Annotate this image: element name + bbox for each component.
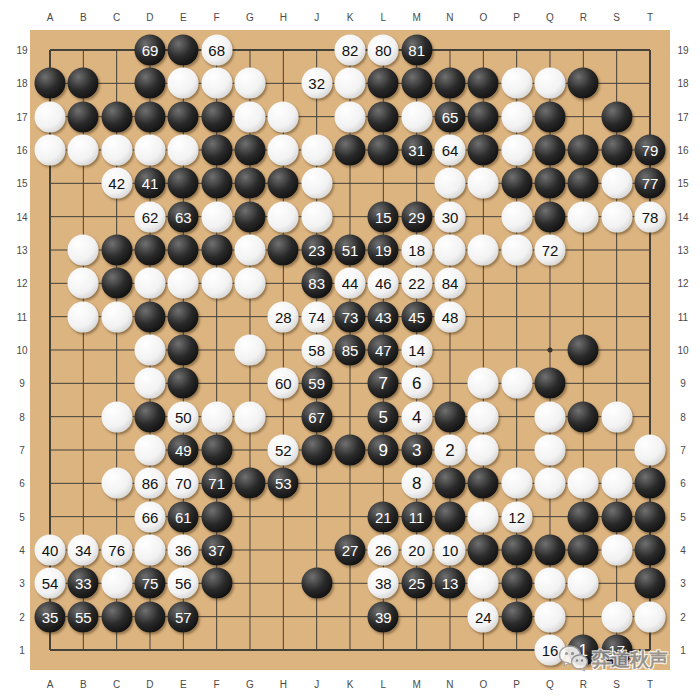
move-number: 17 xyxy=(608,642,625,657)
row-label-right-12: 12 xyxy=(677,278,688,289)
move-number: 64 xyxy=(442,142,459,157)
stone-Q3 xyxy=(534,568,565,599)
stone-E6: 70 xyxy=(168,468,199,499)
move-number: 56 xyxy=(175,576,192,591)
move-number: 43 xyxy=(375,309,392,324)
row-label-right-7: 7 xyxy=(680,444,686,455)
stone-C11 xyxy=(101,301,132,332)
stone-B12 xyxy=(68,268,99,299)
col-label-top-R: R xyxy=(580,12,587,23)
col-label-top-N: N xyxy=(446,12,453,23)
col-label-bottom-S: S xyxy=(613,679,620,690)
stone-H14 xyxy=(268,201,299,232)
stone-J8: 67 xyxy=(301,401,332,432)
row-label-right-18: 18 xyxy=(677,78,688,89)
stone-D11 xyxy=(134,301,165,332)
move-number: 19 xyxy=(375,242,392,257)
move-number: 78 xyxy=(642,209,659,224)
stone-K11: 73 xyxy=(334,301,365,332)
stone-O17 xyxy=(468,101,499,132)
stone-L4: 26 xyxy=(368,534,399,565)
move-number: 31 xyxy=(408,142,425,157)
stone-P3 xyxy=(501,568,532,599)
stone-J7 xyxy=(301,434,332,465)
stone-B3: 33 xyxy=(68,568,99,599)
stone-E3: 56 xyxy=(168,568,199,599)
stone-L16 xyxy=(368,134,399,165)
move-number: 57 xyxy=(175,609,192,624)
stone-O5 xyxy=(468,501,499,532)
row-label-right-16: 16 xyxy=(677,144,688,155)
col-label-top-K: K xyxy=(347,12,354,23)
col-label-bottom-H: H xyxy=(280,679,287,690)
stone-G17 xyxy=(234,101,265,132)
stone-S5 xyxy=(601,501,632,532)
stone-F6: 71 xyxy=(201,468,232,499)
stone-L2: 39 xyxy=(368,601,399,632)
stone-T2 xyxy=(634,601,665,632)
stone-F7 xyxy=(201,434,232,465)
row-label-right-10: 10 xyxy=(677,344,688,355)
stone-K7 xyxy=(334,434,365,465)
move-number: 65 xyxy=(442,109,459,124)
stone-D8 xyxy=(134,401,165,432)
stone-B16 xyxy=(68,134,99,165)
stone-D7 xyxy=(134,434,165,465)
stone-G8 xyxy=(234,401,265,432)
stone-J11: 74 xyxy=(301,301,332,332)
stone-S2 xyxy=(601,601,632,632)
stone-B4: 34 xyxy=(68,534,99,565)
move-number: 63 xyxy=(175,209,192,224)
move-number: 32 xyxy=(308,76,325,91)
stone-D4 xyxy=(134,534,165,565)
stone-N16: 64 xyxy=(434,134,465,165)
stone-M13: 18 xyxy=(401,234,432,265)
stone-F8 xyxy=(201,401,232,432)
stone-L13: 19 xyxy=(368,234,399,265)
stone-T15: 77 xyxy=(634,168,665,199)
stone-O7 xyxy=(468,434,499,465)
move-number: 47 xyxy=(375,342,392,357)
stone-G13 xyxy=(234,234,265,265)
col-label-bottom-K: K xyxy=(347,679,354,690)
stone-F15 xyxy=(201,168,232,199)
stone-D12 xyxy=(134,268,165,299)
stone-O4 xyxy=(468,534,499,565)
stone-S14 xyxy=(601,201,632,232)
stone-M18 xyxy=(401,68,432,99)
stone-H15 xyxy=(268,168,299,199)
stone-C8 xyxy=(101,401,132,432)
row-label-right-17: 17 xyxy=(677,111,688,122)
move-number: 15 xyxy=(375,209,392,224)
stone-N18 xyxy=(434,68,465,99)
stone-R5 xyxy=(568,501,599,532)
stone-M4: 20 xyxy=(401,534,432,565)
move-number: 3 xyxy=(412,441,421,458)
row-label-right-3: 3 xyxy=(680,578,686,589)
stone-Q13: 72 xyxy=(534,234,565,265)
row-label-left-3: 3 xyxy=(19,578,25,589)
stone-A18 xyxy=(35,68,66,99)
stone-P16 xyxy=(501,134,532,165)
stone-F18 xyxy=(201,68,232,99)
stone-N3: 13 xyxy=(434,568,465,599)
col-label-bottom-Q: Q xyxy=(546,679,554,690)
move-number: 7 xyxy=(379,375,388,392)
col-label-top-T: T xyxy=(647,12,653,23)
col-label-top-P: P xyxy=(513,12,520,23)
stone-B17 xyxy=(68,101,99,132)
move-number: 61 xyxy=(175,509,192,524)
move-number: 77 xyxy=(642,176,659,191)
stone-D16 xyxy=(134,134,165,165)
stone-G16 xyxy=(234,134,265,165)
stone-G10 xyxy=(234,334,265,365)
stone-Q4 xyxy=(534,534,565,565)
stone-P2 xyxy=(501,601,532,632)
stone-R15 xyxy=(568,168,599,199)
stone-F14 xyxy=(201,201,232,232)
stone-L12: 46 xyxy=(368,268,399,299)
row-label-left-13: 13 xyxy=(16,244,27,255)
row-label-right-4: 4 xyxy=(680,544,686,555)
move-number: 28 xyxy=(275,309,292,324)
stone-M14: 29 xyxy=(401,201,432,232)
stone-E9 xyxy=(168,368,199,399)
stone-D9 xyxy=(134,368,165,399)
stone-J15 xyxy=(301,168,332,199)
stone-D10 xyxy=(134,334,165,365)
stone-T3 xyxy=(634,568,665,599)
move-number: 71 xyxy=(208,476,225,491)
stone-F17 xyxy=(201,101,232,132)
stone-C12 xyxy=(101,268,132,299)
row-label-left-10: 10 xyxy=(16,344,27,355)
move-number: 1 xyxy=(579,641,588,658)
stone-N17: 65 xyxy=(434,101,465,132)
stone-S4 xyxy=(601,534,632,565)
move-number: 55 xyxy=(75,609,92,624)
stone-M10: 14 xyxy=(401,334,432,365)
col-label-bottom-G: G xyxy=(246,679,254,690)
stone-E16 xyxy=(168,134,199,165)
stone-M17 xyxy=(401,101,432,132)
stone-D19: 69 xyxy=(134,35,165,66)
stone-D17 xyxy=(134,101,165,132)
move-number: 50 xyxy=(175,409,192,424)
move-number: 79 xyxy=(642,142,659,157)
col-label-bottom-A: A xyxy=(47,679,54,690)
stone-F16 xyxy=(201,134,232,165)
move-number: 21 xyxy=(375,509,392,524)
stone-T5 xyxy=(634,501,665,532)
move-number: 52 xyxy=(275,442,292,457)
stone-R10 xyxy=(568,334,599,365)
row-label-left-8: 8 xyxy=(19,411,25,422)
stone-P9 xyxy=(501,368,532,399)
col-label-top-H: H xyxy=(280,12,287,23)
col-label-bottom-M: M xyxy=(412,679,420,690)
stone-L5: 21 xyxy=(368,501,399,532)
stone-H11: 28 xyxy=(268,301,299,332)
stone-D14: 62 xyxy=(134,201,165,232)
stone-E5: 61 xyxy=(168,501,199,532)
move-number: 54 xyxy=(42,576,59,591)
stone-H16 xyxy=(268,134,299,165)
stone-Q2 xyxy=(534,601,565,632)
col-label-bottom-F: F xyxy=(214,679,220,690)
stone-A2: 35 xyxy=(35,601,66,632)
stone-S6 xyxy=(601,468,632,499)
stone-C13 xyxy=(101,234,132,265)
move-number: 81 xyxy=(408,43,425,58)
stone-O13 xyxy=(468,234,499,265)
col-label-top-L: L xyxy=(381,12,387,23)
move-number: 82 xyxy=(342,43,359,58)
move-number: 42 xyxy=(108,176,125,191)
stone-F3 xyxy=(201,568,232,599)
move-number: 46 xyxy=(375,276,392,291)
stone-H17 xyxy=(268,101,299,132)
col-label-top-G: G xyxy=(246,12,254,23)
stone-E4: 36 xyxy=(168,534,199,565)
col-label-bottom-B: B xyxy=(80,679,87,690)
move-number: 27 xyxy=(342,542,359,557)
stone-N6 xyxy=(434,468,465,499)
stone-S16 xyxy=(601,134,632,165)
move-number: 49 xyxy=(175,442,192,457)
move-number: 80 xyxy=(375,43,392,58)
move-number: 84 xyxy=(442,276,459,291)
stone-R6 xyxy=(568,468,599,499)
col-label-bottom-P: P xyxy=(513,679,520,690)
move-number: 66 xyxy=(142,509,159,524)
stone-K13: 51 xyxy=(334,234,365,265)
row-label-left-2: 2 xyxy=(19,611,25,622)
stone-M3: 25 xyxy=(401,568,432,599)
stone-B2: 55 xyxy=(68,601,99,632)
move-number: 20 xyxy=(408,542,425,557)
stone-A4: 40 xyxy=(35,534,66,565)
stone-N13 xyxy=(434,234,465,265)
move-number: 11 xyxy=(409,509,425,524)
move-number: 23 xyxy=(308,242,325,257)
stone-M5: 11 xyxy=(401,501,432,532)
move-number: 41 xyxy=(142,176,159,191)
stone-D13 xyxy=(134,234,165,265)
col-label-top-B: B xyxy=(80,12,87,23)
row-label-left-4: 4 xyxy=(19,544,25,555)
stone-M7: 3 xyxy=(401,434,432,465)
stone-J16 xyxy=(301,134,332,165)
stone-F5 xyxy=(201,501,232,532)
stone-J18: 32 xyxy=(301,68,332,99)
move-number: 33 xyxy=(75,576,92,591)
row-label-left-1: 1 xyxy=(19,644,25,655)
stone-F13 xyxy=(201,234,232,265)
move-number: 12 xyxy=(508,509,525,524)
stone-Q17 xyxy=(534,101,565,132)
stone-N11: 48 xyxy=(434,301,465,332)
row-label-left-17: 17 xyxy=(16,111,27,122)
stone-C16 xyxy=(101,134,132,165)
stone-J13: 23 xyxy=(301,234,332,265)
row-label-right-9: 9 xyxy=(680,378,686,389)
stone-J10: 58 xyxy=(301,334,332,365)
stone-T6 xyxy=(634,468,665,499)
move-number: 75 xyxy=(142,576,159,591)
stone-G18 xyxy=(234,68,265,99)
stone-A3: 54 xyxy=(35,568,66,599)
move-number: 68 xyxy=(208,43,225,58)
col-label-top-A: A xyxy=(47,12,54,23)
stone-T14: 78 xyxy=(634,201,665,232)
stone-T4 xyxy=(634,534,665,565)
move-number: 38 xyxy=(375,576,392,591)
move-number: 5 xyxy=(379,408,388,425)
stone-D15: 41 xyxy=(134,168,165,199)
stone-K17 xyxy=(334,101,365,132)
stone-M12: 22 xyxy=(401,268,432,299)
stone-K4: 27 xyxy=(334,534,365,565)
move-number: 14 xyxy=(408,342,425,357)
stone-K19: 82 xyxy=(334,35,365,66)
stone-L10: 47 xyxy=(368,334,399,365)
move-number: 44 xyxy=(342,276,359,291)
stone-Q6 xyxy=(534,468,565,499)
move-number: 22 xyxy=(408,276,425,291)
stone-Q1: 16 xyxy=(534,634,565,665)
row-label-right-2: 2 xyxy=(680,611,686,622)
stone-L17 xyxy=(368,101,399,132)
stone-K18 xyxy=(334,68,365,99)
row-label-left-19: 19 xyxy=(16,45,27,56)
stone-L9: 7 xyxy=(368,368,399,399)
stone-D3: 75 xyxy=(134,568,165,599)
move-number: 67 xyxy=(308,409,325,424)
stone-J9: 59 xyxy=(301,368,332,399)
stone-F4: 37 xyxy=(201,534,232,565)
move-number: 58 xyxy=(308,342,325,357)
move-number: 86 xyxy=(142,476,159,491)
col-label-top-O: O xyxy=(479,12,487,23)
stone-A17 xyxy=(35,101,66,132)
stone-B13 xyxy=(68,234,99,265)
stone-P15 xyxy=(501,168,532,199)
stone-N15 xyxy=(434,168,465,199)
col-label-top-S: S xyxy=(613,12,620,23)
stone-J3 xyxy=(301,568,332,599)
stone-G12 xyxy=(234,268,265,299)
row-label-left-5: 5 xyxy=(19,511,25,522)
stone-E10 xyxy=(168,334,199,365)
row-label-right-1: 1 xyxy=(680,644,686,655)
stone-R8 xyxy=(568,401,599,432)
stone-P13 xyxy=(501,234,532,265)
stone-P18 xyxy=(501,68,532,99)
stone-E13 xyxy=(168,234,199,265)
stone-M16: 31 xyxy=(401,134,432,165)
stone-P14 xyxy=(501,201,532,232)
row-label-right-14: 14 xyxy=(677,211,688,222)
stone-N8 xyxy=(434,401,465,432)
move-number: 9 xyxy=(379,441,388,458)
row-label-right-19: 19 xyxy=(677,45,688,56)
move-number: 29 xyxy=(408,209,425,224)
col-label-bottom-R: R xyxy=(580,679,587,690)
stone-H6: 53 xyxy=(268,468,299,499)
move-number: 10 xyxy=(442,542,459,557)
stone-G15 xyxy=(234,168,265,199)
stone-Q7 xyxy=(534,434,565,465)
move-number: 24 xyxy=(475,609,492,624)
col-label-bottom-J: J xyxy=(314,679,319,690)
col-label-top-J: J xyxy=(314,12,319,23)
row-label-left-18: 18 xyxy=(16,78,27,89)
stone-O15 xyxy=(468,168,499,199)
stone-O6 xyxy=(468,468,499,499)
stone-H7: 52 xyxy=(268,434,299,465)
stone-P5: 12 xyxy=(501,501,532,532)
col-label-bottom-D: D xyxy=(146,679,153,690)
col-label-top-E: E xyxy=(180,12,187,23)
stone-Q18 xyxy=(534,68,565,99)
move-number: 53 xyxy=(275,476,292,491)
stone-Q9 xyxy=(534,368,565,399)
stone-Q14 xyxy=(534,201,565,232)
stone-J12: 83 xyxy=(301,268,332,299)
stone-G14 xyxy=(234,201,265,232)
row-label-right-8: 8 xyxy=(680,411,686,422)
move-number: 72 xyxy=(542,242,559,257)
move-number: 36 xyxy=(175,542,192,557)
stone-L8: 5 xyxy=(368,401,399,432)
stone-M19: 81 xyxy=(401,35,432,66)
stone-R18 xyxy=(568,68,599,99)
stone-C6 xyxy=(101,468,132,499)
stone-O9 xyxy=(468,368,499,399)
row-label-left-7: 7 xyxy=(19,444,25,455)
col-label-top-Q: Q xyxy=(546,12,554,23)
move-number: 2 xyxy=(445,441,454,458)
move-number: 51 xyxy=(342,242,359,257)
stone-M6: 8 xyxy=(401,468,432,499)
row-label-left-6: 6 xyxy=(19,478,25,489)
stone-D6: 86 xyxy=(134,468,165,499)
move-number: 59 xyxy=(308,376,325,391)
col-label-bottom-C: C xyxy=(113,679,120,690)
goban: 6968828081326531647942417762631529307823… xyxy=(30,30,670,670)
stone-L19: 80 xyxy=(368,35,399,66)
col-label-bottom-E: E xyxy=(180,679,187,690)
stone-N4: 10 xyxy=(434,534,465,565)
stone-M11: 45 xyxy=(401,301,432,332)
row-label-right-6: 6 xyxy=(680,478,686,489)
stone-S17 xyxy=(601,101,632,132)
move-number: 76 xyxy=(108,542,125,557)
move-number: 40 xyxy=(42,542,59,557)
stone-N5 xyxy=(434,501,465,532)
stone-D5: 66 xyxy=(134,501,165,532)
stone-B18 xyxy=(68,68,99,99)
stone-K16 xyxy=(334,134,365,165)
move-number: 60 xyxy=(275,376,292,391)
stone-E18 xyxy=(168,68,199,99)
stone-E8: 50 xyxy=(168,401,199,432)
stone-L7: 9 xyxy=(368,434,399,465)
